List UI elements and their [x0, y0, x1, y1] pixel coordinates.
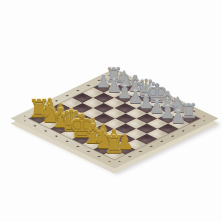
chess-set-photo: ♜♞♝♛♚♝♞♜♟♟♟♟♟♟♟♟♟♟♟♟♟♟♟♟♜♞♝♛♚♝♞♜ — [0, 0, 222, 222]
pieces-layer: ♜♞♝♛♚♝♞♜♟♟♟♟♟♟♟♟♟♟♟♟♟♟♟♟♜♞♝♛♚♝♞♜ — [0, 0, 222, 222]
piece-black-pawn-h7[interactable]: ♟ — [171, 109, 186, 126]
piece-white-rook-h1[interactable]: ♜ — [103, 133, 125, 157]
